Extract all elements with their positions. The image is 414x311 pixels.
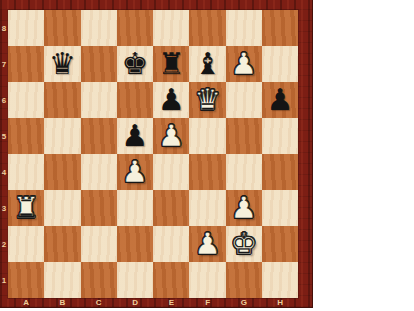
square-h3[interactable] <box>262 190 298 226</box>
piece-white-pawn-g3[interactable]: ♟ <box>226 190 262 226</box>
square-a4[interactable] <box>8 154 44 190</box>
square-c6[interactable] <box>81 82 117 118</box>
piece-white-king-g2[interactable]: ♚ <box>226 226 262 262</box>
square-a5[interactable] <box>8 118 44 154</box>
rank-label-8: 8 <box>0 10 8 46</box>
square-b6[interactable] <box>44 82 80 118</box>
rank-label-1: 1 <box>0 262 8 298</box>
square-a6[interactable] <box>8 82 44 118</box>
square-c1[interactable] <box>81 262 117 298</box>
rank-label-4: 4 <box>0 154 8 190</box>
square-a7[interactable] <box>8 46 44 82</box>
file-label-e: E <box>153 297 189 308</box>
square-c4[interactable] <box>81 154 117 190</box>
square-h2[interactable] <box>262 226 298 262</box>
file-label-a: A <box>8 297 44 308</box>
square-f4[interactable] <box>189 154 225 190</box>
square-h1[interactable] <box>262 262 298 298</box>
square-b3[interactable] <box>44 190 80 226</box>
square-e6[interactable]: ♟ <box>153 82 189 118</box>
piece-white-pawn-d4[interactable]: ♟ <box>117 154 153 190</box>
rank-label-3: 3 <box>0 190 8 226</box>
square-d4[interactable]: ♟ <box>117 154 153 190</box>
file-label-c: C <box>81 297 117 308</box>
square-f3[interactable] <box>189 190 225 226</box>
square-c3[interactable] <box>81 190 117 226</box>
square-d3[interactable] <box>117 190 153 226</box>
piece-black-pawn-e6[interactable]: ♟ <box>153 82 189 118</box>
piece-white-rook-a3[interactable]: ♜ <box>8 190 44 226</box>
square-a8[interactable] <box>8 10 44 46</box>
square-e5[interactable]: ♟ <box>153 118 189 154</box>
square-h5[interactable] <box>262 118 298 154</box>
square-c5[interactable] <box>81 118 117 154</box>
square-f2[interactable]: ♟ <box>189 226 225 262</box>
piece-white-pawn-e5[interactable]: ♟ <box>153 118 189 154</box>
file-label-d: D <box>117 297 153 308</box>
file-labels: ABCDEFGH <box>8 297 298 308</box>
square-c8[interactable] <box>81 10 117 46</box>
piece-black-rook-e7[interactable]: ♜ <box>153 46 189 82</box>
piece-white-pawn-g7[interactable]: ♟ <box>226 46 262 82</box>
square-a1[interactable] <box>8 262 44 298</box>
square-g6[interactable] <box>226 82 262 118</box>
square-g7[interactable]: ♟ <box>226 46 262 82</box>
square-h6[interactable]: ♟ <box>262 82 298 118</box>
square-e2[interactable] <box>153 226 189 262</box>
square-d1[interactable] <box>117 262 153 298</box>
square-b8[interactable] <box>44 10 80 46</box>
square-b7[interactable]: ♛ <box>44 46 80 82</box>
square-g5[interactable] <box>226 118 262 154</box>
square-h4[interactable] <box>262 154 298 190</box>
square-f8[interactable] <box>189 10 225 46</box>
file-label-b: B <box>44 297 80 308</box>
square-a2[interactable] <box>8 226 44 262</box>
square-h8[interactable] <box>262 10 298 46</box>
piece-black-bishop-f7[interactable]: ♝ <box>189 46 225 82</box>
rank-label-2: 2 <box>0 226 8 262</box>
rank-label-6: 6 <box>0 82 8 118</box>
file-label-f: F <box>189 297 225 308</box>
square-d8[interactable] <box>117 10 153 46</box>
square-d5[interactable]: ♟ <box>117 118 153 154</box>
piece-black-pawn-d5[interactable]: ♟ <box>117 118 153 154</box>
chess-diagram: 87654321 ♛♚♜♝♟♟♛♟♟♟♟♜♟♟♚ ABCDEFGH <box>0 0 414 311</box>
square-g1[interactable] <box>226 262 262 298</box>
square-b5[interactable] <box>44 118 80 154</box>
square-g4[interactable] <box>226 154 262 190</box>
square-g8[interactable] <box>226 10 262 46</box>
piece-white-pawn-f2[interactable]: ♟ <box>189 226 225 262</box>
file-label-g: G <box>226 297 262 308</box>
rank-label-7: 7 <box>0 46 8 82</box>
square-g3[interactable]: ♟ <box>226 190 262 226</box>
square-f1[interactable] <box>189 262 225 298</box>
square-d6[interactable] <box>117 82 153 118</box>
rank-labels: 87654321 <box>0 10 8 298</box>
square-f5[interactable] <box>189 118 225 154</box>
square-e4[interactable] <box>153 154 189 190</box>
square-g2[interactable]: ♚ <box>226 226 262 262</box>
file-label-h: H <box>262 297 298 308</box>
square-e8[interactable] <box>153 10 189 46</box>
square-a3[interactable]: ♜ <box>8 190 44 226</box>
square-e1[interactable] <box>153 262 189 298</box>
square-b4[interactable] <box>44 154 80 190</box>
rank-label-5: 5 <box>0 118 8 154</box>
square-b1[interactable] <box>44 262 80 298</box>
square-c7[interactable] <box>81 46 117 82</box>
square-d7[interactable]: ♚ <box>117 46 153 82</box>
square-f6[interactable]: ♛ <box>189 82 225 118</box>
square-e3[interactable] <box>153 190 189 226</box>
piece-black-king-d7[interactable]: ♚ <box>117 46 153 82</box>
square-h7[interactable] <box>262 46 298 82</box>
square-d2[interactable] <box>117 226 153 262</box>
square-c2[interactable] <box>81 226 117 262</box>
piece-black-pawn-h6[interactable]: ♟ <box>262 82 298 118</box>
square-b2[interactable] <box>44 226 80 262</box>
piece-black-queen-b7[interactable]: ♛ <box>44 46 80 82</box>
piece-white-queen-f6[interactable]: ♛ <box>189 82 225 118</box>
square-f7[interactable]: ♝ <box>189 46 225 82</box>
board-grid: ♛♚♜♝♟♟♛♟♟♟♟♜♟♟♚ <box>8 10 298 298</box>
square-e7[interactable]: ♜ <box>153 46 189 82</box>
